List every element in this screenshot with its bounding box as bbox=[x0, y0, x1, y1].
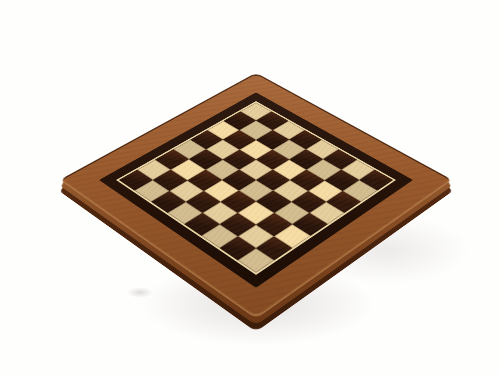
square-f1 bbox=[201, 224, 237, 248]
square-h6 bbox=[326, 191, 361, 213]
square-c1 bbox=[151, 191, 186, 213]
photo-background bbox=[0, 0, 500, 375]
square-f4 bbox=[256, 191, 291, 213]
square-e1 bbox=[184, 213, 220, 236]
square-h3 bbox=[274, 224, 310, 248]
board-grid bbox=[119, 103, 393, 273]
square-g2 bbox=[238, 224, 274, 248]
square-h1 bbox=[237, 248, 274, 273]
stain-mark bbox=[127, 287, 153, 298]
square-h7 bbox=[343, 180, 378, 202]
board-inlay-line bbox=[116, 101, 396, 275]
square-f5 bbox=[273, 180, 308, 202]
square-d2 bbox=[186, 191, 221, 213]
square-h5 bbox=[309, 202, 344, 225]
square-g1 bbox=[219, 236, 256, 260]
board-inner-border bbox=[99, 92, 413, 287]
square-e2 bbox=[203, 202, 238, 225]
square-g4 bbox=[274, 202, 309, 225]
square-g6 bbox=[308, 180, 343, 202]
square-b1 bbox=[135, 180, 170, 202]
square-d1 bbox=[167, 202, 202, 225]
square-e3 bbox=[221, 191, 256, 213]
square-f2 bbox=[220, 213, 256, 236]
square-c2 bbox=[169, 180, 204, 202]
square-f3 bbox=[238, 202, 273, 225]
square-h4 bbox=[292, 213, 328, 236]
square-e4 bbox=[239, 180, 274, 202]
square-g3 bbox=[256, 213, 292, 236]
board-frame bbox=[59, 73, 452, 319]
square-h2 bbox=[256, 236, 293, 260]
square-d3 bbox=[204, 180, 239, 202]
chess-board bbox=[59, 73, 452, 319]
square-g5 bbox=[291, 191, 326, 213]
